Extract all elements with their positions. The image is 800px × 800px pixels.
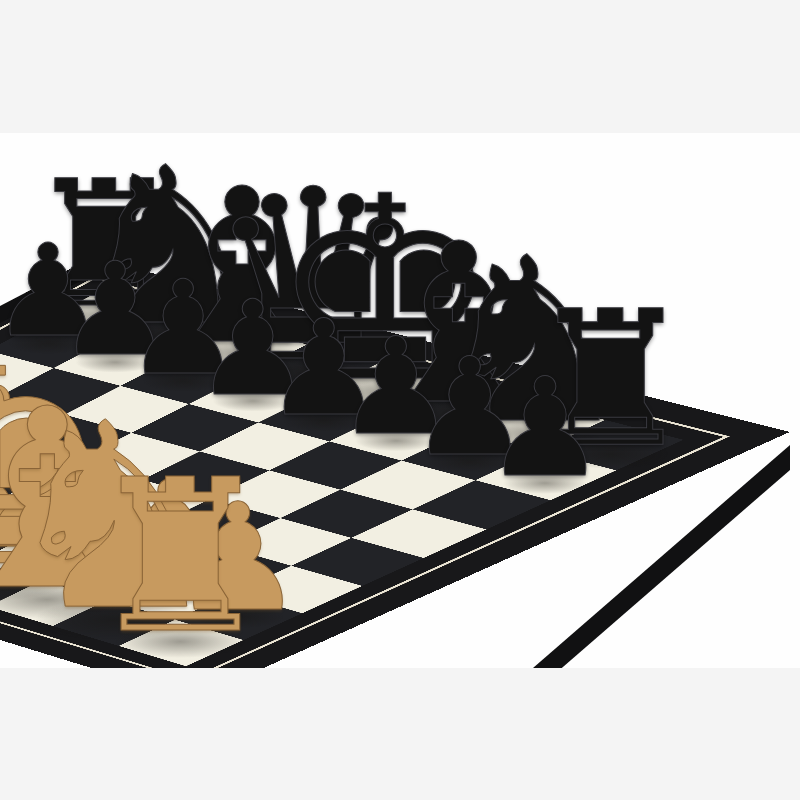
product-photo: ♜♞♝♛♚♝♞♜♟♟♟♟♟♟♟♟♟♟♟♟♟♟♛♚♝♞♜ xyxy=(0,133,800,668)
page-background-top xyxy=(0,0,800,133)
page: ♜♞♝♛♚♝♞♜♟♟♟♟♟♟♟♟♟♟♟♟♟♟♛♚♝♞♜ xyxy=(0,0,800,800)
black-pawn-h7[interactable]: ♟ xyxy=(484,360,606,496)
page-background-bottom xyxy=(0,668,800,800)
white-rook-h1[interactable]: ♜ xyxy=(86,452,275,663)
